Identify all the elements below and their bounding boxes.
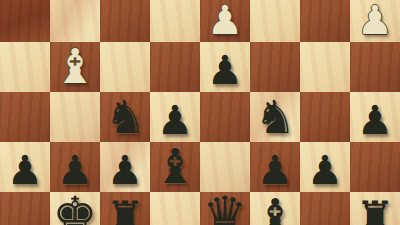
square-f7[interactable]: ♟ [100,142,150,192]
square-g7[interactable]: ♟ [50,142,100,192]
piece-black-bishop[interactable]: ♝ [253,192,296,225]
square-e5[interactable] [150,42,200,92]
piece-black-pawn[interactable]: ♟ [157,100,193,140]
square-d8[interactable]: ♛ [200,192,250,225]
square-f6[interactable]: ♞ [100,92,150,142]
piece-black-pawn[interactable]: ♟ [57,150,93,190]
piece-black-pawn[interactable]: ♟ [107,150,143,190]
square-g4[interactable] [50,0,100,42]
piece-black-pawn[interactable]: ♟ [207,50,243,90]
square-h8[interactable] [0,192,50,225]
square-a6[interactable]: ♟ [350,92,400,142]
square-g6[interactable] [50,92,100,142]
piece-black-pawn[interactable]: ♟ [357,100,393,140]
square-d4[interactable]: ♟ [200,0,250,42]
piece-black-pawn[interactable]: ♟ [257,150,293,190]
piece-black-knight[interactable]: ♞ [104,94,145,140]
square-c4[interactable] [250,0,300,42]
piece-white-pawn[interactable]: ♟ [207,0,243,40]
square-g5[interactable]: ♝ [50,42,100,92]
square-a4[interactable]: ♟ [350,0,400,42]
square-b4[interactable] [300,0,350,42]
piece-black-pawn[interactable]: ♟ [7,150,43,190]
square-c7[interactable]: ♟ [250,142,300,192]
piece-white-bishop[interactable]: ♝ [53,42,96,90]
square-e8[interactable] [150,192,200,225]
square-h6[interactable] [0,92,50,142]
piece-black-bishop[interactable]: ♝ [153,142,196,190]
square-a5[interactable] [350,42,400,92]
square-a7[interactable] [350,142,400,192]
piece-black-queen[interactable]: ♛ [203,190,248,225]
square-c5[interactable] [250,42,300,92]
square-g8[interactable]: ♚ [50,192,100,225]
square-h5[interactable] [0,42,50,92]
square-b7[interactable]: ♟ [300,142,350,192]
square-e4[interactable] [150,0,200,42]
square-d6[interactable] [200,92,250,142]
square-f8[interactable]: ♜ [100,192,150,225]
chess-board-viewport: ♟♟♝♟♞♟♞♟♟♟♟♝♟♟♚♜♛♝♜ [0,0,400,225]
square-h7[interactable]: ♟ [0,142,50,192]
square-a8[interactable]: ♜ [350,192,400,225]
square-d7[interactable] [200,142,250,192]
square-e7[interactable]: ♝ [150,142,200,192]
piece-white-pawn[interactable]: ♟ [357,0,393,40]
square-f5[interactable] [100,42,150,92]
piece-black-king[interactable]: ♚ [53,190,98,225]
square-d5[interactable]: ♟ [200,42,250,92]
piece-black-pawn[interactable]: ♟ [307,150,343,190]
square-c8[interactable]: ♝ [250,192,300,225]
piece-black-knight[interactable]: ♞ [254,94,295,140]
square-h4[interactable] [0,0,50,42]
square-b6[interactable] [300,92,350,142]
square-c6[interactable]: ♞ [250,92,300,142]
square-b5[interactable] [300,42,350,92]
chess-board: ♟♟♝♟♞♟♞♟♟♟♟♝♟♟♚♜♛♝♜ [0,0,400,225]
square-f4[interactable] [100,0,150,42]
square-b8[interactable] [300,192,350,225]
piece-black-rook[interactable]: ♜ [105,195,145,225]
square-e6[interactable]: ♟ [150,92,200,142]
piece-black-rook[interactable]: ♜ [355,195,395,225]
